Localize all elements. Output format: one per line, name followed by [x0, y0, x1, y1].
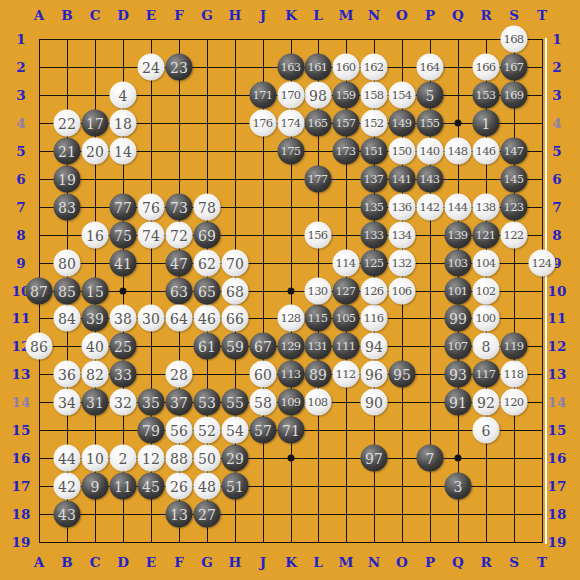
move-number: 155 [419, 117, 439, 129]
stone-white-18-D4[interactable]: 18 [110, 110, 137, 137]
stone-white-126-N10[interactable]: 126 [361, 278, 388, 305]
move-number: 177 [307, 173, 327, 185]
stone-white-64-F11[interactable]: 64 [166, 305, 193, 332]
move-number: 59 [226, 339, 244, 353]
stone-black-159-M3[interactable]: 159 [333, 82, 360, 109]
stone-black-173-M5[interactable]: 173 [333, 138, 360, 165]
stone-white-146-R5[interactable]: 146 [473, 138, 500, 165]
stone-white-162-N2[interactable]: 162 [361, 54, 388, 81]
col-label-bottom-O: O [396, 554, 408, 570]
stone-black-155-P4[interactable]: 155 [417, 110, 444, 137]
stone-white-52-G15[interactable]: 52 [194, 417, 221, 444]
move-number: 158 [363, 89, 383, 101]
move-number: 113 [280, 368, 300, 380]
stone-black-69-G8[interactable]: 69 [194, 222, 221, 249]
move-number: 145 [503, 173, 523, 185]
move-number: 146 [475, 145, 495, 157]
move-number: 55 [226, 395, 244, 409]
move-number: 131 [307, 340, 327, 352]
stone-black-43-B18[interactable]: 43 [54, 501, 81, 528]
col-label-bottom-L: L [313, 554, 323, 570]
stone-black-71-K15[interactable]: 71 [278, 417, 305, 444]
stone-black-75-D8[interactable]: 75 [110, 222, 137, 249]
stone-black-161-L2[interactable]: 161 [305, 54, 332, 81]
stone-black-7-P16[interactable]: 7 [417, 445, 444, 472]
move-number: 89 [309, 367, 327, 381]
move-number: 171 [252, 89, 272, 101]
move-number: 15 [86, 284, 104, 298]
stone-white-32-D14[interactable]: 32 [110, 389, 137, 416]
stone-white-34-B14[interactable]: 34 [54, 389, 81, 416]
stone-black-169-S3[interactable]: 169 [501, 82, 528, 109]
stone-white-150-O5[interactable]: 150 [389, 138, 416, 165]
stone-white-108-L14[interactable]: 108 [305, 389, 332, 416]
stone-white-20-C5[interactable]: 20 [82, 138, 109, 165]
move-number: 70 [226, 256, 244, 270]
stone-white-154-O3[interactable]: 154 [389, 82, 416, 109]
stone-white-96-N13[interactable]: 96 [361, 361, 388, 388]
stone-white-168-S1[interactable]: 168 [501, 26, 528, 53]
move-number: 120 [503, 396, 523, 408]
stone-black-33-D13[interactable]: 33 [110, 361, 137, 388]
stone-white-28-F13[interactable]: 28 [166, 361, 193, 388]
stone-black-165-L4[interactable]: 165 [305, 110, 332, 137]
row-label-right-16: 16 [548, 450, 567, 466]
move-number: 84 [58, 311, 76, 325]
move-number: 123 [503, 201, 523, 213]
move-number: 165 [307, 117, 327, 129]
stone-white-88-F16[interactable]: 88 [166, 445, 193, 472]
stone-white-68-H10[interactable]: 68 [222, 278, 249, 305]
stone-black-125-N9[interactable]: 125 [361, 250, 388, 277]
move-number: 128 [280, 312, 300, 324]
move-number: 19 [58, 172, 76, 186]
stone-white-72-F8[interactable]: 72 [166, 222, 193, 249]
move-number: 63 [170, 284, 188, 298]
move-number: 166 [475, 61, 495, 73]
stone-black-141-O6[interactable]: 141 [389, 166, 416, 193]
move-number: 108 [307, 396, 327, 408]
stone-black-25-D12[interactable]: 25 [110, 333, 137, 360]
stone-black-123-S7[interactable]: 123 [501, 194, 528, 221]
stone-black-131-L12[interactable]: 131 [305, 333, 332, 360]
stone-white-104-R9[interactable]: 104 [473, 250, 500, 277]
col-label-bottom-K: K [285, 554, 297, 570]
move-number: 116 [363, 312, 383, 324]
stone-black-35-E14[interactable]: 35 [138, 389, 165, 416]
stone-black-177-L6[interactable]: 177 [305, 166, 332, 193]
stone-white-98-L3[interactable]: 98 [305, 82, 332, 109]
stone-white-60-J13[interactable]: 60 [250, 361, 277, 388]
move-number: 30 [142, 311, 160, 325]
stone-white-152-N4[interactable]: 152 [361, 110, 388, 137]
col-label-top-R: R [480, 7, 491, 23]
stone-white-82-C13[interactable]: 82 [82, 361, 109, 388]
stone-black-9-C17[interactable]: 9 [82, 473, 109, 500]
move-number: 24 [142, 60, 160, 74]
move-number: 139 [447, 229, 467, 241]
stone-black-151-N5[interactable]: 151 [361, 138, 388, 165]
stone-black-135-N7[interactable]: 135 [361, 194, 388, 221]
stone-black-91-Q14[interactable]: 91 [445, 389, 472, 416]
move-number: 54 [226, 423, 244, 437]
move-number: 93 [449, 367, 467, 381]
row-label-right-8: 8 [552, 227, 561, 243]
move-number: 14 [114, 144, 132, 158]
row-label-left-17: 17 [12, 478, 31, 494]
stone-white-86-A12[interactable]: 86 [26, 333, 53, 360]
move-number: 35 [142, 395, 160, 409]
stone-black-115-L11[interactable]: 115 [305, 305, 332, 332]
stone-black-11-D17[interactable]: 11 [110, 473, 137, 500]
stone-black-119-S12[interactable]: 119 [501, 333, 528, 360]
stone-white-92-R14[interactable]: 92 [473, 389, 500, 416]
move-number: 109 [280, 396, 300, 408]
stone-white-142-P7[interactable]: 142 [417, 194, 444, 221]
row-label-right-10: 10 [548, 283, 567, 299]
stone-black-53-G14[interactable]: 53 [194, 389, 221, 416]
stone-black-21-B5[interactable]: 21 [54, 138, 81, 165]
move-number: 118 [503, 368, 523, 380]
stone-black-31-C14[interactable]: 31 [82, 389, 109, 416]
stone-black-127-M10[interactable]: 127 [333, 278, 360, 305]
stone-black-65-G10[interactable]: 65 [194, 278, 221, 305]
stone-black-157-M4[interactable]: 157 [333, 110, 360, 137]
col-label-top-J: J [260, 7, 266, 23]
stone-black-29-H16[interactable]: 29 [222, 445, 249, 472]
move-number: 57 [254, 423, 272, 437]
col-label-bottom-R: R [480, 554, 491, 570]
stone-white-122-S8[interactable]: 122 [501, 222, 528, 249]
move-number: 119 [503, 340, 523, 352]
stone-white-84-B11[interactable]: 84 [54, 305, 81, 332]
row-label-right-5: 5 [552, 143, 561, 159]
stone-white-140-P5[interactable]: 140 [417, 138, 444, 165]
stone-white-124-T9[interactable]: 124 [529, 250, 556, 277]
stone-black-83-B7[interactable]: 83 [54, 194, 81, 221]
move-number: 153 [475, 89, 495, 101]
grid-vline-T [542, 39, 543, 543]
stone-white-130-L10[interactable]: 130 [305, 278, 332, 305]
move-number: 137 [363, 173, 383, 185]
stone-black-167-S2[interactable]: 167 [501, 54, 528, 81]
stone-black-77-D7[interactable]: 77 [110, 194, 137, 221]
stone-black-99-Q11[interactable]: 99 [445, 305, 472, 332]
row-label-right-7: 7 [552, 199, 561, 215]
star-point-Q4 [455, 120, 462, 127]
stone-white-138-R7[interactable]: 138 [473, 194, 500, 221]
stone-white-136-O7[interactable]: 136 [389, 194, 416, 221]
move-number: 141 [391, 173, 411, 185]
move-number: 95 [393, 367, 411, 381]
stone-white-148-Q5[interactable]: 148 [445, 138, 472, 165]
move-number: 41 [114, 256, 132, 270]
stone-black-37-F14[interactable]: 37 [166, 389, 193, 416]
row-label-left-3: 3 [16, 87, 25, 103]
stone-white-66-H11[interactable]: 66 [222, 305, 249, 332]
stone-black-41-D9[interactable]: 41 [110, 250, 137, 277]
stone-black-149-O4[interactable]: 149 [389, 110, 416, 137]
col-label-top-A: A [34, 7, 44, 23]
stone-black-87-A10[interactable]: 87 [26, 278, 53, 305]
stone-white-116-N11[interactable]: 116 [361, 305, 388, 332]
move-number: 138 [475, 201, 495, 213]
stone-black-139-Q8[interactable]: 139 [445, 222, 472, 249]
stone-white-38-D11[interactable]: 38 [110, 305, 137, 332]
stone-black-145-S6[interactable]: 145 [501, 166, 528, 193]
stone-white-176-J4[interactable]: 176 [250, 110, 277, 137]
stone-white-164-P2[interactable]: 164 [417, 54, 444, 81]
stone-white-6-R15[interactable]: 6 [473, 417, 500, 444]
stone-white-24-E2[interactable]: 24 [138, 54, 165, 81]
stone-black-13-F18[interactable]: 13 [166, 501, 193, 528]
row-label-right-19: 19 [548, 534, 567, 550]
col-label-top-K: K [285, 7, 297, 23]
move-number: 142 [419, 201, 439, 213]
move-number: 56 [170, 423, 188, 437]
stone-white-76-E7[interactable]: 76 [138, 194, 165, 221]
stone-white-12-E16[interactable]: 12 [138, 445, 165, 472]
move-number: 92 [477, 395, 495, 409]
stone-black-17-C4[interactable]: 17 [82, 110, 109, 137]
row-label-left-2: 2 [16, 59, 25, 75]
move-number: 1 [482, 116, 491, 130]
col-label-bottom-C: C [90, 554, 101, 570]
move-number: 48 [198, 479, 216, 493]
row-label-left-14: 14 [12, 394, 31, 410]
col-label-top-C: C [90, 7, 101, 23]
move-number: 13 [170, 507, 188, 521]
move-number: 96 [365, 367, 383, 381]
move-number: 64 [170, 311, 188, 325]
move-number: 154 [391, 89, 411, 101]
stone-white-118-S13[interactable]: 118 [501, 361, 528, 388]
move-number: 147 [503, 145, 523, 157]
move-number: 156 [307, 229, 327, 241]
move-number: 69 [198, 228, 216, 242]
stone-white-174-K4[interactable]: 174 [278, 110, 305, 137]
stone-black-15-C10[interactable]: 15 [82, 278, 109, 305]
stone-white-14-D5[interactable]: 14 [110, 138, 137, 165]
move-number: 9 [91, 479, 100, 493]
row-label-right-15: 15 [548, 422, 567, 438]
col-label-top-O: O [396, 7, 408, 23]
stone-white-50-G16[interactable]: 50 [194, 445, 221, 472]
col-label-bottom-M: M [339, 554, 354, 570]
stone-white-114-M9[interactable]: 114 [333, 250, 360, 277]
stone-black-101-Q10[interactable]: 101 [445, 278, 472, 305]
move-number: 3 [454, 479, 463, 493]
stone-black-93-Q13[interactable]: 93 [445, 361, 472, 388]
row-label-left-18: 18 [12, 506, 31, 522]
row-label-left-8: 8 [16, 227, 25, 243]
stone-white-22-B4[interactable]: 22 [54, 110, 81, 137]
stone-black-163-K2[interactable]: 163 [278, 54, 305, 81]
move-number: 52 [198, 423, 216, 437]
stone-white-134-O8[interactable]: 134 [389, 222, 416, 249]
stone-white-100-R11[interactable]: 100 [473, 305, 500, 332]
stone-white-74-E8[interactable]: 74 [138, 222, 165, 249]
move-number: 65 [198, 284, 216, 298]
stone-black-23-F2[interactable]: 23 [166, 54, 193, 81]
move-number: 71 [282, 423, 300, 437]
stone-white-48-G17[interactable]: 48 [194, 473, 221, 500]
stone-black-51-H17[interactable]: 51 [222, 473, 249, 500]
stone-black-5-P3[interactable]: 5 [417, 82, 444, 109]
stone-black-59-H12[interactable]: 59 [222, 333, 249, 360]
stone-black-129-K12[interactable]: 129 [278, 333, 305, 360]
stone-white-8-R12[interactable]: 8 [473, 333, 500, 360]
stone-white-26-F17[interactable]: 26 [166, 473, 193, 500]
move-number: 111 [335, 340, 355, 352]
stone-black-39-C11[interactable]: 39 [82, 305, 109, 332]
row-label-right-11: 11 [548, 310, 567, 326]
move-number: 50 [198, 451, 216, 465]
stone-white-102-R10[interactable]: 102 [473, 278, 500, 305]
stone-black-1-R4[interactable]: 1 [473, 110, 500, 137]
stone-white-90-N14[interactable]: 90 [361, 389, 388, 416]
move-number: 39 [86, 311, 104, 325]
col-label-top-F: F [174, 7, 184, 23]
stone-white-44-B16[interactable]: 44 [54, 445, 81, 472]
move-number: 34 [58, 395, 76, 409]
move-number: 91 [449, 395, 467, 409]
move-number: 51 [226, 479, 244, 493]
move-number: 78 [198, 200, 216, 214]
move-number: 161 [307, 61, 327, 73]
stone-black-79-E15[interactable]: 79 [138, 417, 165, 444]
stone-black-89-L13[interactable]: 89 [305, 361, 332, 388]
stone-white-156-L8[interactable]: 156 [305, 222, 332, 249]
stone-white-30-E11[interactable]: 30 [138, 305, 165, 332]
stone-white-70-H9[interactable]: 70 [222, 250, 249, 277]
grid-hline-19 [39, 542, 543, 543]
stone-black-137-N6[interactable]: 137 [361, 166, 388, 193]
stone-white-78-G7[interactable]: 78 [194, 194, 221, 221]
stone-white-46-G11[interactable]: 46 [194, 305, 221, 332]
stone-black-73-F7[interactable]: 73 [166, 194, 193, 221]
stone-white-112-M13[interactable]: 112 [333, 361, 360, 388]
move-number: 169 [503, 89, 523, 101]
col-label-top-L: L [313, 7, 323, 23]
stone-black-61-G12[interactable]: 61 [194, 333, 221, 360]
stone-white-10-C16[interactable]: 10 [82, 445, 109, 472]
stone-white-94-N12[interactable]: 94 [361, 333, 388, 360]
stone-black-121-R8[interactable]: 121 [473, 222, 500, 249]
stone-white-128-K11[interactable]: 128 [278, 305, 305, 332]
stone-black-47-F9[interactable]: 47 [166, 250, 193, 277]
move-number: 6 [482, 423, 491, 437]
stone-black-27-G18[interactable]: 27 [194, 501, 221, 528]
move-number: 160 [335, 61, 355, 73]
move-number: 26 [170, 479, 188, 493]
move-number: 98 [309, 88, 327, 102]
stone-black-133-N8[interactable]: 133 [361, 222, 388, 249]
move-number: 149 [391, 117, 411, 129]
star-point-K10 [288, 288, 295, 295]
col-label-bottom-Q: Q [452, 554, 464, 570]
stone-black-67-J12[interactable]: 67 [250, 333, 277, 360]
stone-black-45-E17[interactable]: 45 [138, 473, 165, 500]
stone-black-95-O13[interactable]: 95 [389, 361, 416, 388]
stone-black-85-B10[interactable]: 85 [54, 278, 81, 305]
stone-white-54-H15[interactable]: 54 [222, 417, 249, 444]
move-number: 163 [280, 61, 300, 73]
col-label-bottom-B: B [61, 554, 72, 570]
stone-white-160-M2[interactable]: 160 [333, 54, 360, 81]
move-number: 67 [254, 339, 272, 353]
stone-black-147-S5[interactable]: 147 [501, 138, 528, 165]
stone-white-42-B17[interactable]: 42 [54, 473, 81, 500]
stone-white-2-D16[interactable]: 2 [110, 445, 137, 472]
stone-black-153-R3[interactable]: 153 [473, 82, 500, 109]
row-label-right-18: 18 [548, 506, 567, 522]
col-label-bottom-E: E [146, 554, 156, 570]
row-label-left-13: 13 [12, 366, 31, 382]
move-number: 103 [447, 257, 467, 269]
stone-white-132-O9[interactable]: 132 [389, 250, 416, 277]
stone-white-158-N3[interactable]: 158 [361, 82, 388, 109]
move-number: 170 [280, 89, 300, 101]
move-number: 32 [114, 395, 132, 409]
stone-white-58-J14[interactable]: 58 [250, 389, 277, 416]
stone-white-170-K3[interactable]: 170 [278, 82, 305, 109]
stone-white-36-B13[interactable]: 36 [54, 361, 81, 388]
move-number: 90 [365, 395, 383, 409]
stone-black-19-B6[interactable]: 19 [54, 166, 81, 193]
stone-black-175-K5[interactable]: 175 [278, 138, 305, 165]
move-number: 4 [119, 88, 128, 102]
stone-black-113-K13[interactable]: 113 [278, 361, 305, 388]
stone-white-56-F15[interactable]: 56 [166, 417, 193, 444]
stone-white-120-S14[interactable]: 120 [501, 389, 528, 416]
move-number: 94 [365, 339, 383, 353]
row-label-right-3: 3 [552, 87, 561, 103]
stone-black-3-Q17[interactable]: 3 [445, 473, 472, 500]
stone-black-107-Q12[interactable]: 107 [445, 333, 472, 360]
move-number: 25 [114, 339, 132, 353]
stone-black-143-P6[interactable]: 143 [417, 166, 444, 193]
stone-white-80-B9[interactable]: 80 [54, 250, 81, 277]
stone-black-63-F10[interactable]: 63 [166, 278, 193, 305]
move-number: 175 [280, 145, 300, 157]
stone-white-62-G9[interactable]: 62 [194, 250, 221, 277]
stone-white-166-R2[interactable]: 166 [473, 54, 500, 81]
move-number: 88 [170, 451, 188, 465]
stone-black-55-H14[interactable]: 55 [222, 389, 249, 416]
move-number: 8 [482, 339, 491, 353]
move-number: 124 [531, 257, 551, 269]
col-label-top-N: N [368, 7, 380, 23]
move-number: 76 [142, 200, 160, 214]
stone-white-106-O10[interactable]: 106 [389, 278, 416, 305]
stone-white-4-D3[interactable]: 4 [110, 82, 137, 109]
stone-white-144-Q7[interactable]: 144 [445, 194, 472, 221]
stone-black-171-J3[interactable]: 171 [250, 82, 277, 109]
stone-black-117-R13[interactable]: 117 [473, 361, 500, 388]
move-number: 47 [170, 256, 188, 270]
row-label-right-1: 1 [552, 31, 561, 47]
stone-black-105-M11[interactable]: 105 [333, 305, 360, 332]
stone-white-40-C12[interactable]: 40 [82, 333, 109, 360]
stone-black-111-M12[interactable]: 111 [333, 333, 360, 360]
stone-black-57-J15[interactable]: 57 [250, 417, 277, 444]
move-number: 11 [114, 479, 132, 493]
stone-black-97-N16[interactable]: 97 [361, 445, 388, 472]
stone-black-103-Q9[interactable]: 103 [445, 250, 472, 277]
stone-black-109-K14[interactable]: 109 [278, 389, 305, 416]
stone-white-16-C8[interactable]: 16 [82, 222, 109, 249]
